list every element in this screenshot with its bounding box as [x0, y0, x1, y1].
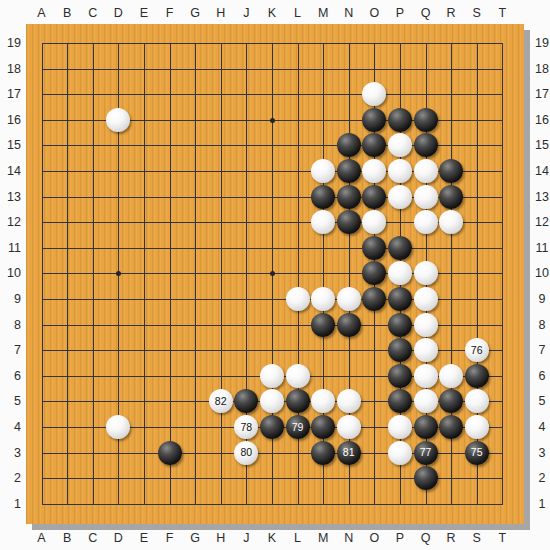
stone-white-Q10	[414, 261, 438, 285]
stone-black-P11	[388, 236, 412, 260]
coord-label-bottom-R: R	[441, 531, 461, 545]
stone-white-S4	[465, 415, 489, 439]
coord-label-top-B: B	[57, 6, 77, 20]
stone-white-M5	[311, 389, 335, 413]
stone-white-O17	[362, 82, 386, 106]
stone-white-R6	[439, 364, 463, 388]
coord-label-right-15: 15	[531, 138, 550, 152]
coord-label-bottom-P: P	[390, 531, 410, 545]
coord-label-top-H: H	[211, 6, 231, 20]
coord-label-top-G: G	[185, 6, 205, 20]
stone-white-Q6	[414, 364, 438, 388]
stone-black-O16	[362, 108, 386, 132]
stone-white-R12	[439, 210, 463, 234]
coord-label-bottom-H: H	[211, 531, 231, 545]
coord-label-left-8: 8	[0, 318, 21, 332]
stone-black-O10	[362, 261, 386, 285]
stone-black-Q16	[414, 108, 438, 132]
star-point-K16	[270, 118, 275, 123]
stone-white-M14	[311, 159, 335, 183]
stone-black-J5	[234, 389, 258, 413]
stone-black-K4	[260, 415, 284, 439]
coord-label-left-7: 7	[0, 343, 21, 357]
stone-black-F3	[158, 441, 182, 465]
stone-white-M12	[311, 210, 335, 234]
stone-black-N8	[337, 313, 361, 337]
stone-black-O9	[362, 287, 386, 311]
stone-black-N13	[337, 185, 361, 209]
stone-black-P8	[388, 313, 412, 337]
coord-label-top-M: M	[313, 6, 333, 20]
coord-label-right-18: 18	[531, 62, 550, 76]
coord-label-top-J: J	[236, 6, 256, 20]
stone-white-H5: 82	[209, 389, 233, 413]
coord-label-right-10: 10	[531, 266, 550, 280]
stone-move-number: 79	[292, 422, 304, 433]
stone-black-O11	[362, 236, 386, 260]
coord-label-top-C: C	[83, 6, 103, 20]
stone-black-N3: 81	[337, 441, 361, 465]
stone-black-M4	[311, 415, 335, 439]
coord-label-left-3: 3	[0, 446, 21, 460]
coord-label-top-Q: Q	[416, 6, 436, 20]
stone-white-Q7	[414, 338, 438, 362]
coord-label-left-9: 9	[0, 292, 21, 306]
stone-black-M13	[311, 185, 335, 209]
coord-label-right-16: 16	[531, 113, 550, 127]
stone-white-S7: 76	[465, 338, 489, 362]
coord-label-right-8: 8	[531, 318, 550, 332]
coord-label-bottom-S: S	[467, 531, 487, 545]
stone-black-Q15	[414, 133, 438, 157]
coord-label-left-2: 2	[0, 471, 21, 485]
stone-black-Q4	[414, 415, 438, 439]
stone-white-M9	[311, 287, 335, 311]
stone-move-number: 77	[420, 447, 432, 458]
stone-black-Q3: 77	[414, 441, 438, 465]
coord-label-bottom-E: E	[134, 531, 154, 545]
stone-black-S3: 75	[465, 441, 489, 465]
coord-label-bottom-L: L	[288, 531, 308, 545]
stone-white-J3: 80	[234, 441, 258, 465]
stone-white-P3	[388, 441, 412, 465]
coord-label-right-17: 17	[531, 87, 550, 101]
stone-move-number: 80	[240, 447, 252, 458]
stone-white-Q14	[414, 159, 438, 183]
coord-label-left-15: 15	[0, 138, 21, 152]
stone-white-L6	[286, 364, 310, 388]
stone-white-D4	[106, 415, 130, 439]
stone-black-R14	[439, 159, 463, 183]
stone-white-N4	[337, 415, 361, 439]
stone-white-P15	[388, 133, 412, 157]
coord-label-right-3: 3	[531, 446, 550, 460]
star-point-K10	[270, 271, 275, 276]
stone-white-N5	[337, 389, 361, 413]
stone-white-L9	[286, 287, 310, 311]
stone-black-N12	[337, 210, 361, 234]
coord-label-top-L: L	[288, 6, 308, 20]
coord-label-bottom-D: D	[108, 531, 128, 545]
stone-white-P10	[388, 261, 412, 285]
stone-black-L5	[286, 389, 310, 413]
coord-label-right-4: 4	[531, 420, 550, 434]
stone-black-R13	[439, 185, 463, 209]
stone-white-J4: 78	[234, 415, 258, 439]
stone-black-R5	[439, 389, 463, 413]
stone-move-number: 82	[215, 396, 227, 407]
stone-black-M3	[311, 441, 335, 465]
stone-white-D16	[106, 108, 130, 132]
coord-label-bottom-F: F	[160, 531, 180, 545]
coord-label-right-1: 1	[531, 497, 550, 511]
stone-black-N14	[337, 159, 361, 183]
coord-label-left-11: 11	[0, 241, 21, 255]
coord-label-bottom-A: A	[32, 531, 52, 545]
coord-label-left-14: 14	[0, 164, 21, 178]
coord-label-top-S: S	[467, 6, 487, 20]
coord-label-bottom-Q: Q	[416, 531, 436, 545]
stone-black-L4: 79	[286, 415, 310, 439]
coord-label-right-11: 11	[531, 241, 550, 255]
stone-move-number: 81	[343, 447, 355, 458]
stone-black-M8	[311, 313, 335, 337]
coord-label-top-F: F	[160, 6, 180, 20]
stone-white-Q8	[414, 313, 438, 337]
coord-label-right-9: 9	[531, 292, 550, 306]
coord-label-bottom-J: J	[236, 531, 256, 545]
coord-label-top-T: T	[492, 6, 512, 20]
star-point-D10	[116, 271, 121, 276]
stone-white-O12	[362, 210, 386, 234]
stone-black-P5	[388, 389, 412, 413]
coord-label-left-13: 13	[0, 190, 21, 204]
coord-label-left-19: 19	[0, 36, 21, 50]
stone-white-Q13	[414, 185, 438, 209]
coord-label-bottom-T: T	[492, 531, 512, 545]
coord-label-left-18: 18	[0, 62, 21, 76]
stone-black-Q2	[414, 466, 438, 490]
stone-white-P4	[388, 415, 412, 439]
coord-label-top-A: A	[32, 6, 52, 20]
stone-white-N9	[337, 287, 361, 311]
stone-black-P6	[388, 364, 412, 388]
coord-label-top-E: E	[134, 6, 154, 20]
stone-white-S5	[465, 389, 489, 413]
stone-black-N15	[337, 133, 361, 157]
stone-black-O15	[362, 133, 386, 157]
coord-label-top-P: P	[390, 6, 410, 20]
stone-white-Q5	[414, 389, 438, 413]
coord-label-right-19: 19	[531, 36, 550, 50]
coord-label-top-N: N	[339, 6, 359, 20]
stone-white-Q9	[414, 287, 438, 311]
go-game-screenshot: ABCDEFGHJKLMNOPQRST ABCDEFGHJKLMNOPQRST …	[0, 0, 550, 550]
coord-label-right-2: 2	[531, 471, 550, 485]
go-board[interactable]: 7682787980817775	[26, 24, 524, 524]
coord-label-right-12: 12	[531, 215, 550, 229]
grid-line-vertical	[502, 43, 503, 505]
stone-move-number: 75	[471, 447, 483, 458]
coord-label-bottom-N: N	[339, 531, 359, 545]
coord-label-left-10: 10	[0, 266, 21, 280]
stone-move-number: 76	[471, 345, 483, 356]
coord-label-right-14: 14	[531, 164, 550, 178]
coord-label-top-K: K	[262, 6, 282, 20]
stone-black-P9	[388, 287, 412, 311]
stone-black-P16	[388, 108, 412, 132]
coord-label-right-6: 6	[531, 369, 550, 383]
coord-label-bottom-K: K	[262, 531, 282, 545]
stone-white-P13	[388, 185, 412, 209]
stone-white-P14	[388, 159, 412, 183]
coord-label-bottom-O: O	[364, 531, 384, 545]
coord-label-left-17: 17	[0, 87, 21, 101]
coord-label-top-O: O	[364, 6, 384, 20]
stone-move-number: 78	[240, 422, 252, 433]
stone-black-S6	[465, 364, 489, 388]
coord-label-right-13: 13	[531, 190, 550, 204]
coord-label-left-16: 16	[0, 113, 21, 127]
stone-white-K5	[260, 389, 284, 413]
coord-label-bottom-C: C	[83, 531, 103, 545]
stone-white-Q12	[414, 210, 438, 234]
stone-black-O13	[362, 185, 386, 209]
coord-label-top-R: R	[441, 6, 461, 20]
coord-label-left-5: 5	[0, 394, 21, 408]
coord-label-left-4: 4	[0, 420, 21, 434]
coord-label-right-5: 5	[531, 394, 550, 408]
coord-label-bottom-B: B	[57, 531, 77, 545]
coord-label-left-12: 12	[0, 215, 21, 229]
stone-black-R4	[439, 415, 463, 439]
coord-label-bottom-M: M	[313, 531, 333, 545]
coord-label-left-6: 6	[0, 369, 21, 383]
coord-label-top-D: D	[108, 6, 128, 20]
stone-white-K6	[260, 364, 284, 388]
coord-label-bottom-G: G	[185, 531, 205, 545]
coord-label-left-1: 1	[0, 497, 21, 511]
stone-black-P7	[388, 338, 412, 362]
grid-line-horizontal	[42, 504, 504, 505]
stone-white-O14	[362, 159, 386, 183]
coord-label-right-7: 7	[531, 343, 550, 357]
